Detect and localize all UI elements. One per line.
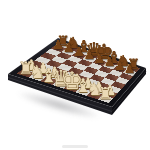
watermark: [62, 145, 88, 148]
product-photo[interactable]: ♜♞♝♛♚♝♞♜♟♟♟♟♟♟♟♟♟♟♟♟♟♟♟♟♜♞♝♛♚♝♞♜: [0, 0, 150, 150]
